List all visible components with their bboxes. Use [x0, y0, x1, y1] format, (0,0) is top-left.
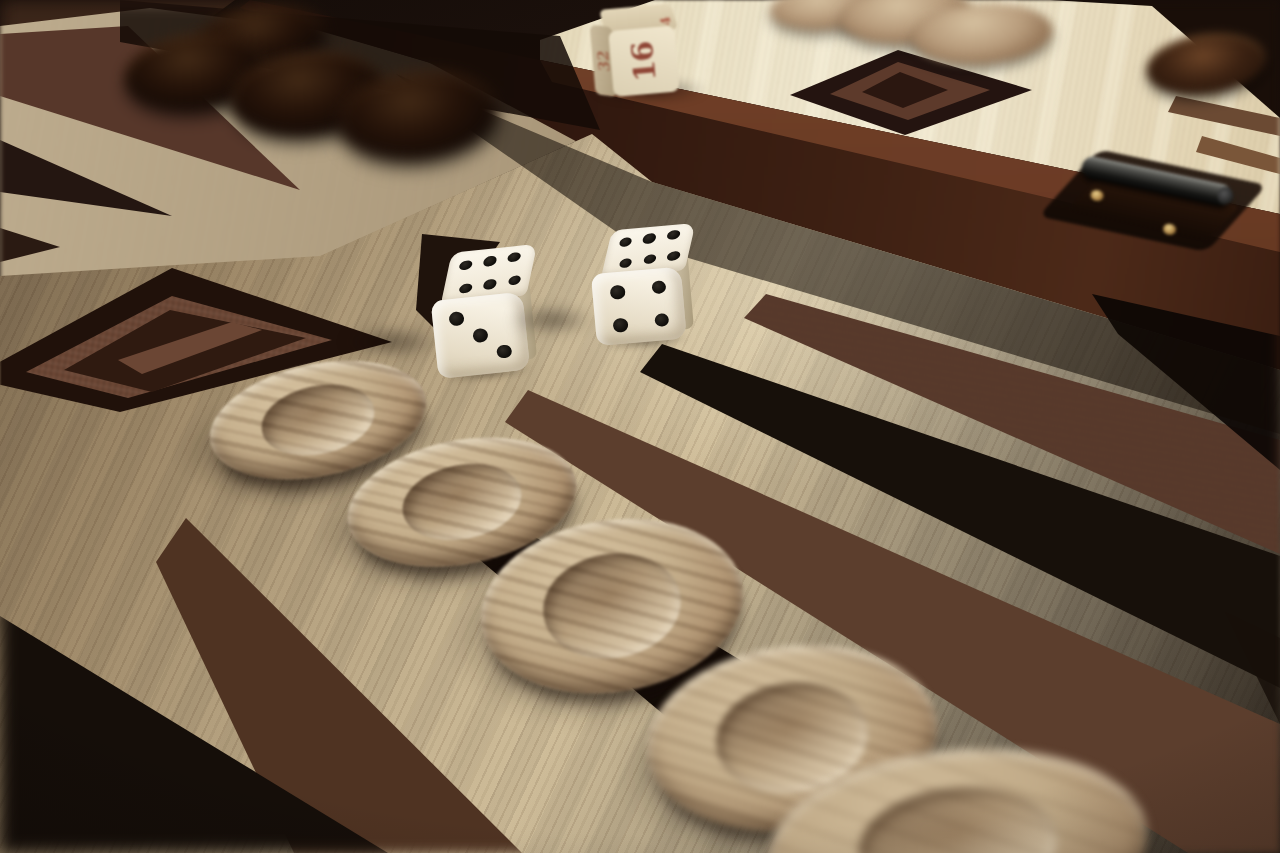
pip: [448, 311, 464, 326]
pip: [472, 328, 488, 343]
die-left-front-face-3: [431, 292, 531, 379]
pip: [610, 285, 626, 300]
doubling-cube[interactable]: 4 32 16: [592, 0, 700, 100]
pip: [654, 313, 670, 328]
pip: [651, 280, 667, 295]
pip: [666, 251, 681, 261]
pip: [507, 252, 522, 263]
pip: [618, 237, 633, 247]
pip: [507, 275, 522, 286]
pip: [496, 344, 512, 359]
pip: [458, 260, 473, 271]
die-left-shadow: [342, 326, 442, 358]
die-right[interactable]: [587, 224, 695, 346]
doubling-cube-front-face: 16: [608, 25, 680, 97]
pip: [642, 254, 657, 264]
die-right-front-face-4: [591, 267, 687, 346]
pip: [666, 230, 681, 240]
backgammon-board-photo: 4 32 16: [0, 0, 1280, 853]
pip: [459, 283, 474, 294]
pip: [642, 233, 657, 243]
doubling-cube-value: 16: [625, 40, 663, 83]
pip: [618, 258, 633, 268]
die-right-shadow: [508, 306, 596, 334]
pip: [483, 256, 498, 267]
doubling-cube-top-value: 4: [653, 5, 674, 26]
pip: [613, 318, 629, 333]
pip: [483, 279, 498, 290]
